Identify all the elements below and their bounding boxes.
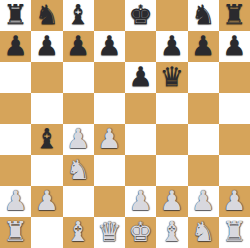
- piece-black-pawn[interactable]: ♟: [35, 32, 59, 59]
- square-b6[interactable]: [31, 62, 62, 93]
- square-a4[interactable]: [0, 124, 31, 155]
- square-g6[interactable]: [188, 62, 219, 93]
- square-c3[interactable]: ♞: [63, 155, 94, 186]
- square-c4[interactable]: ♟: [63, 124, 94, 155]
- square-f4[interactable]: [156, 124, 187, 155]
- square-h6[interactable]: [219, 62, 250, 93]
- square-f2[interactable]: ♟: [156, 186, 187, 217]
- square-c5[interactable]: [63, 93, 94, 124]
- square-c1[interactable]: ♝: [63, 217, 94, 248]
- square-g3[interactable]: [188, 155, 219, 186]
- square-h5[interactable]: [219, 93, 250, 124]
- square-f1[interactable]: ♝: [156, 217, 187, 248]
- square-e6[interactable]: ♟: [125, 62, 156, 93]
- square-g2[interactable]: ♟: [188, 186, 219, 217]
- square-a5[interactable]: [0, 93, 31, 124]
- square-d8[interactable]: [94, 0, 125, 31]
- square-d7[interactable]: ♟: [94, 31, 125, 62]
- square-e2[interactable]: ♟: [125, 186, 156, 217]
- piece-black-rook[interactable]: ♜: [4, 1, 28, 28]
- square-f6[interactable]: ♛: [156, 62, 187, 93]
- piece-white-bishop[interactable]: ♝: [160, 218, 184, 245]
- square-e8[interactable]: ♚: [125, 0, 156, 31]
- piece-white-pawn[interactable]: ♟: [66, 125, 90, 152]
- piece-white-pawn[interactable]: ♟: [97, 125, 121, 152]
- square-h2[interactable]: ♟: [219, 186, 250, 217]
- square-a3[interactable]: [0, 155, 31, 186]
- piece-white-bishop[interactable]: ♝: [66, 218, 90, 245]
- square-a8[interactable]: ♜: [0, 0, 31, 31]
- square-d3[interactable]: [94, 155, 125, 186]
- square-c7[interactable]: ♟: [63, 31, 94, 62]
- piece-black-knight[interactable]: ♞: [191, 1, 215, 28]
- square-b8[interactable]: ♞: [31, 0, 62, 31]
- piece-white-pawn[interactable]: ♟: [4, 187, 28, 214]
- piece-black-pawn[interactable]: ♟: [191, 32, 215, 59]
- square-a7[interactable]: ♟: [0, 31, 31, 62]
- square-d6[interactable]: [94, 62, 125, 93]
- piece-white-pawn[interactable]: ♟: [160, 187, 184, 214]
- square-g8[interactable]: ♞: [188, 0, 219, 31]
- piece-black-queen[interactable]: ♛: [160, 63, 184, 90]
- square-c2[interactable]: [63, 186, 94, 217]
- square-d5[interactable]: [94, 93, 125, 124]
- square-h3[interactable]: [219, 155, 250, 186]
- square-g1[interactable]: ♞: [188, 217, 219, 248]
- square-a1[interactable]: ♜: [0, 217, 31, 248]
- piece-black-rook[interactable]: ♜: [222, 1, 246, 28]
- piece-black-knight[interactable]: ♞: [35, 1, 59, 28]
- square-b2[interactable]: ♟: [31, 186, 62, 217]
- piece-black-king[interactable]: ♚: [129, 1, 153, 28]
- piece-white-pawn[interactable]: ♟: [222, 187, 246, 214]
- square-a6[interactable]: [0, 62, 31, 93]
- piece-black-pawn[interactable]: ♟: [160, 32, 184, 59]
- piece-white-knight[interactable]: ♞: [191, 218, 215, 245]
- piece-white-pawn[interactable]: ♟: [191, 187, 215, 214]
- square-d2[interactable]: [94, 186, 125, 217]
- square-h4[interactable]: [219, 124, 250, 155]
- square-e5[interactable]: [125, 93, 156, 124]
- piece-white-rook[interactable]: ♜: [4, 218, 28, 245]
- piece-white-queen[interactable]: ♛: [97, 218, 121, 245]
- piece-black-bishop[interactable]: ♝: [66, 1, 90, 28]
- piece-white-knight[interactable]: ♞: [66, 156, 90, 183]
- piece-white-rook[interactable]: ♜: [222, 218, 246, 245]
- square-e1[interactable]: ♚: [125, 217, 156, 248]
- square-f3[interactable]: [156, 155, 187, 186]
- square-g5[interactable]: [188, 93, 219, 124]
- square-h7[interactable]: ♟: [219, 31, 250, 62]
- square-b3[interactable]: [31, 155, 62, 186]
- piece-black-pawn[interactable]: ♟: [4, 32, 28, 59]
- square-c8[interactable]: ♝: [63, 0, 94, 31]
- square-f8[interactable]: [156, 0, 187, 31]
- piece-black-pawn[interactable]: ♟: [66, 32, 90, 59]
- square-e7[interactable]: [125, 31, 156, 62]
- piece-black-bishop[interactable]: ♝: [35, 125, 59, 152]
- square-g7[interactable]: ♟: [188, 31, 219, 62]
- piece-black-pawn[interactable]: ♟: [222, 32, 246, 59]
- piece-white-pawn[interactable]: ♟: [129, 187, 153, 214]
- square-f5[interactable]: [156, 93, 187, 124]
- piece-white-king[interactable]: ♚: [129, 218, 153, 245]
- square-a2[interactable]: ♟: [0, 186, 31, 217]
- square-f7[interactable]: ♟: [156, 31, 187, 62]
- square-h8[interactable]: ♜: [219, 0, 250, 31]
- square-e3[interactable]: [125, 155, 156, 186]
- piece-black-pawn[interactable]: ♟: [97, 32, 121, 59]
- square-e4[interactable]: [125, 124, 156, 155]
- square-d1[interactable]: ♛: [94, 217, 125, 248]
- square-b5[interactable]: [31, 93, 62, 124]
- piece-white-pawn[interactable]: ♟: [35, 187, 59, 214]
- square-h1[interactable]: ♜: [219, 217, 250, 248]
- chess-board: ♜♞♝♚♞♜♟♟♟♟♟♟♟♟♛♝♟♟♞♟♟♟♟♟♟♜♝♛♚♝♞♜: [0, 0, 250, 248]
- square-b7[interactable]: ♟: [31, 31, 62, 62]
- square-d4[interactable]: ♟: [94, 124, 125, 155]
- square-b4[interactable]: ♝: [31, 124, 62, 155]
- square-c6[interactable]: [63, 62, 94, 93]
- square-b1[interactable]: [31, 217, 62, 248]
- piece-black-pawn[interactable]: ♟: [129, 63, 153, 90]
- square-g4[interactable]: [188, 124, 219, 155]
